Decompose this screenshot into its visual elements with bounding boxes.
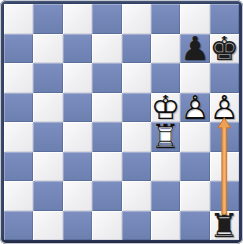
square-c5[interactable] — [63, 93, 92, 123]
piece-fill-layer: ♚ — [210, 34, 239, 64]
square-f2[interactable] — [151, 181, 180, 211]
square-h5[interactable]: ♟♙ — [210, 93, 239, 123]
square-a1[interactable] — [4, 211, 33, 241]
square-f7[interactable] — [151, 34, 180, 64]
square-b2[interactable] — [33, 181, 62, 211]
square-b8[interactable] — [33, 4, 62, 34]
square-a2[interactable] — [4, 181, 33, 211]
square-d1[interactable] — [92, 211, 121, 241]
square-g1[interactable] — [180, 211, 209, 241]
piece-outline-layer: ♙ — [210, 93, 239, 123]
square-e4[interactable] — [122, 122, 151, 152]
square-g2[interactable] — [180, 181, 209, 211]
white-pawn[interactable]: ♟♙ — [180, 93, 209, 123]
white-pawn[interactable]: ♟♙ — [210, 93, 239, 123]
square-b4[interactable] — [33, 122, 62, 152]
square-b3[interactable] — [33, 152, 62, 182]
square-c6[interactable] — [63, 63, 92, 93]
white-rook[interactable]: ♜♖ — [151, 122, 180, 152]
square-c1[interactable] — [63, 211, 92, 241]
square-e5[interactable] — [122, 93, 151, 123]
square-c3[interactable] — [63, 152, 92, 182]
square-d4[interactable] — [92, 122, 121, 152]
chess-board: ♟♚♚♔♟♙♟♙♜♖♜ — [0, 0, 243, 244]
square-c2[interactable] — [63, 181, 92, 211]
square-b7[interactable] — [33, 34, 62, 64]
square-d6[interactable] — [92, 63, 121, 93]
square-a3[interactable] — [4, 152, 33, 182]
square-e7[interactable] — [122, 34, 151, 64]
square-b5[interactable] — [33, 93, 62, 123]
square-e3[interactable] — [122, 152, 151, 182]
square-f4[interactable]: ♜♖ — [151, 122, 180, 152]
square-a4[interactable] — [4, 122, 33, 152]
square-h7[interactable]: ♚ — [210, 34, 239, 64]
board-grid: ♟♚♚♔♟♙♟♙♜♖♜ — [4, 4, 239, 240]
square-a8[interactable] — [4, 4, 33, 34]
square-f8[interactable] — [151, 4, 180, 34]
square-a6[interactable] — [4, 63, 33, 93]
square-c7[interactable] — [63, 34, 92, 64]
square-e2[interactable] — [122, 181, 151, 211]
piece-outline-layer: ♙ — [180, 93, 209, 123]
square-h1[interactable]: ♜ — [210, 211, 239, 241]
black-rook[interactable]: ♜ — [210, 211, 239, 241]
square-c4[interactable] — [63, 122, 92, 152]
square-d7[interactable] — [92, 34, 121, 64]
piece-fill-layer: ♟ — [180, 34, 209, 64]
square-d3[interactable] — [92, 152, 121, 182]
square-e6[interactable] — [122, 63, 151, 93]
square-d2[interactable] — [92, 181, 121, 211]
square-b6[interactable] — [33, 63, 62, 93]
black-king[interactable]: ♚ — [210, 34, 239, 64]
square-g3[interactable] — [180, 152, 209, 182]
square-g5[interactable]: ♟♙ — [180, 93, 209, 123]
square-e8[interactable] — [122, 4, 151, 34]
square-d5[interactable] — [92, 93, 121, 123]
square-d8[interactable] — [92, 4, 121, 34]
square-a5[interactable] — [4, 93, 33, 123]
piece-fill-layer: ♜ — [210, 211, 239, 241]
square-e1[interactable] — [122, 211, 151, 241]
square-g7[interactable]: ♟ — [180, 34, 209, 64]
square-f1[interactable] — [151, 211, 180, 241]
square-b1[interactable] — [33, 211, 62, 241]
square-a7[interactable] — [4, 34, 33, 64]
piece-outline-layer: ♖ — [151, 122, 180, 152]
black-pawn[interactable]: ♟ — [180, 34, 209, 64]
square-h3[interactable] — [210, 152, 239, 182]
square-c8[interactable] — [63, 4, 92, 34]
